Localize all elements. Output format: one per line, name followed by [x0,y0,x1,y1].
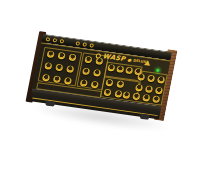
wasp-insect-icon [127,58,131,62]
rubber-foot [45,100,55,106]
rear-socket [53,38,58,42]
product-photo: WASP DELUXE [0,0,200,170]
synth-body: WASP DELUXE [30,34,172,118]
rear-socket [46,37,51,41]
rear-socket [75,41,80,45]
rubber-foot [140,114,150,120]
triangle-badge-icon [144,60,151,66]
rear-socket [82,42,87,46]
rear-socket [89,43,94,47]
power-led [156,69,160,72]
rear-socket [59,39,64,43]
